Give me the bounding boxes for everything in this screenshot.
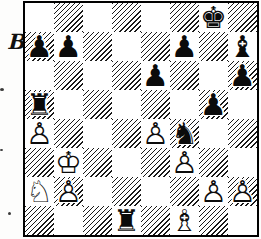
square-a4: ♟♙	[25, 119, 54, 148]
piece-white-pawn: ♙	[54, 177, 83, 206]
square-c8	[83, 3, 112, 32]
piece-black-knight: ♞	[170, 119, 199, 148]
square-h7: ♝♝	[228, 32, 257, 61]
piece-black-pawn: ♟	[199, 90, 228, 119]
square-g5: ♟♟	[199, 90, 228, 119]
scan-artifact-dot	[0, 88, 4, 91]
square-f3: ♟♙	[170, 148, 199, 177]
chess-board: ♚♚♟♟♟♟♟♟♝♝♟♟♟♟♜♜♟♟♟♙♟♙♞♞♚♔♟♙♞♘♟♙♟♙♟♙♜♜♝♗	[23, 1, 259, 237]
piece-underlay: ♟	[199, 177, 228, 206]
piece-black-pawn: ♟	[141, 61, 170, 90]
square-c7	[83, 32, 112, 61]
square-e7	[141, 32, 170, 61]
square-h2: ♟♙	[228, 177, 257, 206]
square-e3	[141, 148, 170, 177]
square-b1	[54, 206, 83, 235]
square-e5	[141, 90, 170, 119]
square-d7	[112, 32, 141, 61]
square-b5	[54, 90, 83, 119]
piece-underlay: ♝	[228, 32, 257, 61]
square-g3	[199, 148, 228, 177]
piece-underlay: ♟	[228, 61, 257, 90]
piece-underlay: ♜	[112, 206, 141, 235]
piece-underlay: ♞	[25, 177, 54, 206]
square-f1: ♝♗	[170, 206, 199, 235]
chess-diagram-page: B ♚♚♟♟♟♟♟♟♝♝♟♟♟♟♜♜♟♟♟♙♟♙♞♞♚♔♟♙♞♘♟♙♟♙♟♙♜♜…	[0, 0, 261, 239]
piece-white-pawn: ♙	[25, 119, 54, 148]
piece-black-pawn: ♟	[170, 32, 199, 61]
square-f2	[170, 177, 199, 206]
square-c1	[83, 206, 112, 235]
piece-underlay: ♟	[199, 90, 228, 119]
piece-underlay: ♚	[199, 3, 228, 32]
piece-black-king: ♚	[199, 3, 228, 32]
square-c2	[83, 177, 112, 206]
square-a7: ♟♟	[25, 32, 54, 61]
square-c4	[83, 119, 112, 148]
piece-black-rook: ♜	[112, 206, 141, 235]
square-c5	[83, 90, 112, 119]
piece-underlay: ♟	[170, 148, 199, 177]
square-f7: ♟♟	[170, 32, 199, 61]
square-b7: ♟♟	[54, 32, 83, 61]
square-b8	[54, 3, 83, 32]
square-f8	[170, 3, 199, 32]
square-f5	[170, 90, 199, 119]
piece-underlay: ♟	[228, 177, 257, 206]
piece-underlay: ♟	[54, 177, 83, 206]
piece-white-pawn: ♙	[170, 148, 199, 177]
square-e4: ♟♙	[141, 119, 170, 148]
piece-black-rook: ♜	[25, 90, 54, 119]
square-b2: ♟♙	[54, 177, 83, 206]
square-e6: ♟♟	[141, 61, 170, 90]
piece-white-bishop: ♗	[170, 206, 199, 235]
square-h8	[228, 3, 257, 32]
piece-underlay: ♜	[25, 90, 54, 119]
square-a1	[25, 206, 54, 235]
square-c3	[83, 148, 112, 177]
piece-white-knight: ♘	[25, 177, 54, 206]
piece-underlay: ♟	[54, 32, 83, 61]
square-c6	[83, 61, 112, 90]
piece-underlay: ♟	[25, 32, 54, 61]
square-g2: ♟♙	[199, 177, 228, 206]
square-g8: ♚♚	[199, 3, 228, 32]
square-d8	[112, 3, 141, 32]
square-h4	[228, 119, 257, 148]
piece-white-pawn: ♙	[199, 177, 228, 206]
square-h5	[228, 90, 257, 119]
square-e2	[141, 177, 170, 206]
square-b4	[54, 119, 83, 148]
square-a3	[25, 148, 54, 177]
piece-black-pawn: ♟	[54, 32, 83, 61]
square-a6	[25, 61, 54, 90]
square-a8	[25, 3, 54, 32]
square-e8	[141, 3, 170, 32]
piece-white-king: ♔	[54, 148, 83, 177]
square-d4	[112, 119, 141, 148]
square-b3: ♚♔	[54, 148, 83, 177]
square-g1	[199, 206, 228, 235]
square-f6	[170, 61, 199, 90]
square-g6	[199, 61, 228, 90]
square-d2	[112, 177, 141, 206]
square-d5	[112, 90, 141, 119]
piece-underlay: ♚	[54, 148, 83, 177]
piece-white-pawn: ♙	[141, 119, 170, 148]
square-h6: ♟♟	[228, 61, 257, 90]
piece-underlay: ♟	[25, 119, 54, 148]
square-a2: ♞♘	[25, 177, 54, 206]
square-g7	[199, 32, 228, 61]
piece-underlay: ♟	[141, 119, 170, 148]
square-d6	[112, 61, 141, 90]
piece-underlay: ♞	[170, 119, 199, 148]
square-d3	[112, 148, 141, 177]
piece-underlay: ♟	[141, 61, 170, 90]
piece-black-bishop: ♝	[228, 32, 257, 61]
piece-underlay: ♟	[170, 32, 199, 61]
square-h3	[228, 148, 257, 177]
square-e1	[141, 206, 170, 235]
scan-artifact-dot	[0, 149, 3, 151]
square-h1	[228, 206, 257, 235]
piece-black-pawn: ♟	[25, 32, 54, 61]
square-d1: ♜♜	[112, 206, 141, 235]
square-b6	[54, 61, 83, 90]
square-f4: ♞♞	[170, 119, 199, 148]
piece-black-pawn: ♟	[228, 61, 257, 90]
scan-artifact-dot	[8, 212, 11, 215]
piece-underlay: ♝	[170, 206, 199, 235]
piece-white-pawn: ♙	[228, 177, 257, 206]
square-g4	[199, 119, 228, 148]
square-a5: ♜♜	[25, 90, 54, 119]
